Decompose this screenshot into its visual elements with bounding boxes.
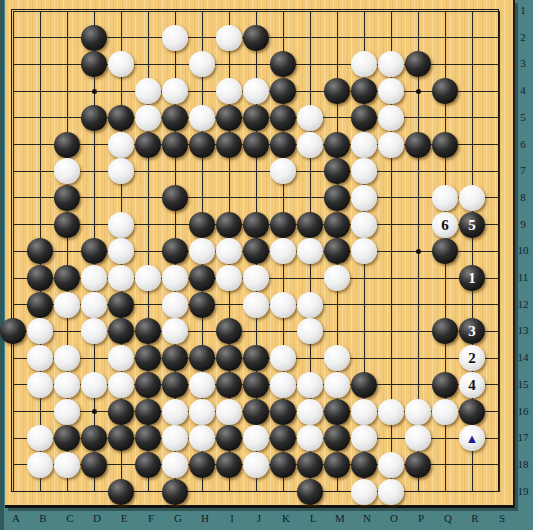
white-stone-O6 bbox=[378, 132, 404, 158]
black-stone-E12 bbox=[108, 292, 134, 318]
row-label-8: 8 bbox=[514, 191, 532, 203]
white-stone-B17 bbox=[27, 425, 53, 451]
black-stone-B11 bbox=[27, 265, 53, 291]
black-stone-Q15 bbox=[432, 372, 458, 398]
black-stone-I6 bbox=[216, 132, 242, 158]
row-label-14: 14 bbox=[514, 351, 532, 363]
column-label-J: J bbox=[250, 512, 268, 524]
black-stone-M8 bbox=[324, 185, 350, 211]
black-stone-K5 bbox=[270, 105, 296, 131]
window-edge-strip bbox=[0, 0, 4, 530]
row-label-19: 19 bbox=[514, 485, 532, 497]
star-point bbox=[92, 89, 97, 94]
white-stone-J11 bbox=[243, 265, 269, 291]
white-stone-N6 bbox=[351, 132, 377, 158]
black-stone-J5 bbox=[243, 105, 269, 131]
white-stone-K15 bbox=[270, 372, 296, 398]
black-stone-G6 bbox=[162, 132, 188, 158]
black-stone-G19 bbox=[162, 479, 188, 505]
column-label-F: F bbox=[142, 512, 160, 524]
white-stone-Q9: 6 bbox=[432, 212, 458, 238]
white-stone-B15 bbox=[27, 372, 53, 398]
black-stone-D17 bbox=[81, 425, 107, 451]
row-label-5: 5 bbox=[514, 111, 532, 123]
white-stone-H17 bbox=[189, 425, 215, 451]
black-stone-I15 bbox=[216, 372, 242, 398]
row-label-4: 4 bbox=[514, 84, 532, 96]
white-stone-N9 bbox=[351, 212, 377, 238]
white-stone-D12 bbox=[81, 292, 107, 318]
black-stone-F14 bbox=[135, 345, 161, 371]
black-stone-E17 bbox=[108, 425, 134, 451]
white-stone-Q16 bbox=[432, 399, 458, 425]
white-stone-E6 bbox=[108, 132, 134, 158]
black-stone-J14 bbox=[243, 345, 269, 371]
white-stone-M15 bbox=[324, 372, 350, 398]
black-stone-N5 bbox=[351, 105, 377, 131]
white-stone-J18 bbox=[243, 452, 269, 478]
star-point bbox=[416, 89, 421, 94]
black-stone-E16 bbox=[108, 399, 134, 425]
black-stone-F15 bbox=[135, 372, 161, 398]
black-stone-C11 bbox=[54, 265, 80, 291]
row-label-15: 15 bbox=[514, 378, 532, 390]
black-stone-L19 bbox=[297, 479, 323, 505]
black-stone-I18 bbox=[216, 452, 242, 478]
column-label-A: A bbox=[7, 512, 25, 524]
white-stone-N19 bbox=[351, 479, 377, 505]
white-stone-D15 bbox=[81, 372, 107, 398]
white-stone-L15 bbox=[297, 372, 323, 398]
white-stone-C18 bbox=[54, 452, 80, 478]
white-stone-L17 bbox=[297, 425, 323, 451]
black-stone-F17 bbox=[135, 425, 161, 451]
column-label-E: E bbox=[115, 512, 133, 524]
white-stone-F11 bbox=[135, 265, 161, 291]
black-stone-R16 bbox=[459, 399, 485, 425]
black-stone-G15 bbox=[162, 372, 188, 398]
white-stone-L12 bbox=[297, 292, 323, 318]
black-stone-I14 bbox=[216, 345, 242, 371]
white-stone-M11 bbox=[324, 265, 350, 291]
black-stone-L18 bbox=[297, 452, 323, 478]
white-stone-G4 bbox=[162, 78, 188, 104]
white-stone-L6 bbox=[297, 132, 323, 158]
black-stone-G14 bbox=[162, 345, 188, 371]
white-stone-J17 bbox=[243, 425, 269, 451]
black-stone-R11: 1 bbox=[459, 265, 485, 291]
white-stone-C12 bbox=[54, 292, 80, 318]
white-stone-H15 bbox=[189, 372, 215, 398]
white-stone-R8 bbox=[459, 185, 485, 211]
move-number-label: 1 bbox=[468, 270, 476, 286]
black-stone-M6 bbox=[324, 132, 350, 158]
star-point bbox=[416, 249, 421, 254]
white-stone-O18 bbox=[378, 452, 404, 478]
black-stone-K16 bbox=[270, 399, 296, 425]
white-stone-N17 bbox=[351, 425, 377, 451]
black-stone-K9 bbox=[270, 212, 296, 238]
black-stone-M7 bbox=[324, 158, 350, 184]
black-stone-R9: 5 bbox=[459, 212, 485, 238]
white-stone-M14 bbox=[324, 345, 350, 371]
black-stone-H6 bbox=[189, 132, 215, 158]
white-stone-O5 bbox=[378, 105, 404, 131]
white-stone-J4 bbox=[243, 78, 269, 104]
move-number-label: 6 bbox=[441, 217, 449, 233]
black-stone-K4 bbox=[270, 78, 296, 104]
white-stone-G17 bbox=[162, 425, 188, 451]
black-stone-M4 bbox=[324, 78, 350, 104]
black-stone-J2 bbox=[243, 25, 269, 51]
black-stone-K6 bbox=[270, 132, 296, 158]
go-board[interactable]: 651324▲ bbox=[5, 0, 515, 508]
column-label-I: I bbox=[223, 512, 241, 524]
white-stone-G16 bbox=[162, 399, 188, 425]
column-label-G: G bbox=[169, 512, 187, 524]
black-stone-N15 bbox=[351, 372, 377, 398]
black-stone-D18 bbox=[81, 452, 107, 478]
column-label-N: N bbox=[358, 512, 376, 524]
white-stone-E11 bbox=[108, 265, 134, 291]
white-stone-E9 bbox=[108, 212, 134, 238]
black-stone-P6 bbox=[405, 132, 431, 158]
black-stone-J9 bbox=[243, 212, 269, 238]
black-stone-F6 bbox=[135, 132, 161, 158]
black-stone-J6 bbox=[243, 132, 269, 158]
black-stone-H11 bbox=[189, 265, 215, 291]
white-stone-F5 bbox=[135, 105, 161, 131]
white-stone-E14 bbox=[108, 345, 134, 371]
white-stone-G2 bbox=[162, 25, 188, 51]
black-stone-C8 bbox=[54, 185, 80, 211]
white-stone-L5 bbox=[297, 105, 323, 131]
black-stone-G5 bbox=[162, 105, 188, 131]
black-stone-M17 bbox=[324, 425, 350, 451]
row-label-18: 18 bbox=[514, 458, 532, 470]
column-label-C: C bbox=[61, 512, 79, 524]
white-stone-R14: 2 bbox=[459, 345, 485, 371]
black-stone-F16 bbox=[135, 399, 161, 425]
black-stone-H9 bbox=[189, 212, 215, 238]
go-app-window: 651324▲ ABCDEFGHIJKLMNOPQRS 123456789101… bbox=[0, 0, 533, 530]
white-stone-O16 bbox=[378, 399, 404, 425]
column-label-K: K bbox=[277, 512, 295, 524]
column-label-O: O bbox=[385, 512, 403, 524]
white-stone-E15 bbox=[108, 372, 134, 398]
black-stone-K18 bbox=[270, 452, 296, 478]
white-stone-N16 bbox=[351, 399, 377, 425]
black-stone-E19 bbox=[108, 479, 134, 505]
black-stone-C9 bbox=[54, 212, 80, 238]
row-label-2: 2 bbox=[514, 31, 532, 43]
white-stone-D11 bbox=[81, 265, 107, 291]
black-stone-K17 bbox=[270, 425, 296, 451]
white-stone-I4 bbox=[216, 78, 242, 104]
white-stone-B14 bbox=[27, 345, 53, 371]
column-label-H: H bbox=[196, 512, 214, 524]
triangle-mark-icon: ▲ bbox=[466, 431, 479, 446]
white-stone-C7 bbox=[54, 158, 80, 184]
white-stone-I16 bbox=[216, 399, 242, 425]
row-label-6: 6 bbox=[514, 138, 532, 150]
white-stone-O19 bbox=[378, 479, 404, 505]
black-stone-F18 bbox=[135, 452, 161, 478]
black-stone-D2 bbox=[81, 25, 107, 51]
black-stone-H18 bbox=[189, 452, 215, 478]
white-stone-C14 bbox=[54, 345, 80, 371]
black-stone-H14 bbox=[189, 345, 215, 371]
black-stone-N4 bbox=[351, 78, 377, 104]
white-stone-J12 bbox=[243, 292, 269, 318]
star-point bbox=[92, 409, 97, 414]
black-stone-M16 bbox=[324, 399, 350, 425]
black-stone-H12 bbox=[189, 292, 215, 318]
row-label-3: 3 bbox=[514, 57, 532, 69]
white-stone-P16 bbox=[405, 399, 431, 425]
white-stone-H5 bbox=[189, 105, 215, 131]
white-stone-B18 bbox=[27, 452, 53, 478]
row-label-1: 1 bbox=[514, 4, 532, 16]
white-stone-K14 bbox=[270, 345, 296, 371]
white-stone-O4 bbox=[378, 78, 404, 104]
white-stone-C16 bbox=[54, 399, 80, 425]
white-stone-I2 bbox=[216, 25, 242, 51]
black-stone-I5 bbox=[216, 105, 242, 131]
white-stone-P17 bbox=[405, 425, 431, 451]
column-label-B: B bbox=[34, 512, 52, 524]
white-stone-I11 bbox=[216, 265, 242, 291]
row-label-16: 16 bbox=[514, 405, 532, 417]
black-stone-M9 bbox=[324, 212, 350, 238]
row-label-10: 10 bbox=[514, 244, 532, 256]
white-stone-Q8 bbox=[432, 185, 458, 211]
move-number-label: 3 bbox=[468, 323, 476, 339]
row-label-7: 7 bbox=[514, 164, 532, 176]
row-label-9: 9 bbox=[514, 218, 532, 230]
column-label-R: R bbox=[466, 512, 484, 524]
white-stone-G12 bbox=[162, 292, 188, 318]
black-stone-G8 bbox=[162, 185, 188, 211]
black-stone-L9 bbox=[297, 212, 323, 238]
row-label-11: 11 bbox=[514, 271, 532, 283]
black-stone-C17 bbox=[54, 425, 80, 451]
black-stone-D5 bbox=[81, 105, 107, 131]
white-stone-C15 bbox=[54, 372, 80, 398]
column-label-L: L bbox=[304, 512, 322, 524]
black-stone-Q6 bbox=[432, 132, 458, 158]
black-stone-P18 bbox=[405, 452, 431, 478]
column-label-Q: Q bbox=[439, 512, 457, 524]
black-stone-N18 bbox=[351, 452, 377, 478]
black-stone-B12 bbox=[27, 292, 53, 318]
move-number-label: 4 bbox=[468, 377, 476, 393]
row-label-17: 17 bbox=[514, 431, 532, 443]
white-stone-E7 bbox=[108, 158, 134, 184]
white-stone-H16 bbox=[189, 399, 215, 425]
black-stone-M18 bbox=[324, 452, 350, 478]
black-stone-J15 bbox=[243, 372, 269, 398]
column-label-M: M bbox=[331, 512, 349, 524]
black-stone-I9 bbox=[216, 212, 242, 238]
column-label-S: S bbox=[493, 512, 511, 524]
black-stone-C6 bbox=[54, 132, 80, 158]
row-label-13: 13 bbox=[514, 324, 532, 336]
white-stone-G11 bbox=[162, 265, 188, 291]
white-stone-K7 bbox=[270, 158, 296, 184]
white-stone-R17: ▲ bbox=[459, 425, 485, 451]
white-stone-R15: 4 bbox=[459, 372, 485, 398]
column-label-P: P bbox=[412, 512, 430, 524]
white-stone-N7 bbox=[351, 158, 377, 184]
white-stone-N8 bbox=[351, 185, 377, 211]
move-number-label: 5 bbox=[468, 217, 476, 233]
black-stone-I17 bbox=[216, 425, 242, 451]
move-number-label: 2 bbox=[468, 350, 476, 366]
black-stone-Q4 bbox=[432, 78, 458, 104]
black-stone-J16 bbox=[243, 399, 269, 425]
white-stone-F4 bbox=[135, 78, 161, 104]
white-stone-L16 bbox=[297, 399, 323, 425]
white-stone-K12 bbox=[270, 292, 296, 318]
column-label-D: D bbox=[88, 512, 106, 524]
black-stone-E5 bbox=[108, 105, 134, 131]
white-stone-G18 bbox=[162, 452, 188, 478]
row-label-12: 12 bbox=[514, 298, 532, 310]
